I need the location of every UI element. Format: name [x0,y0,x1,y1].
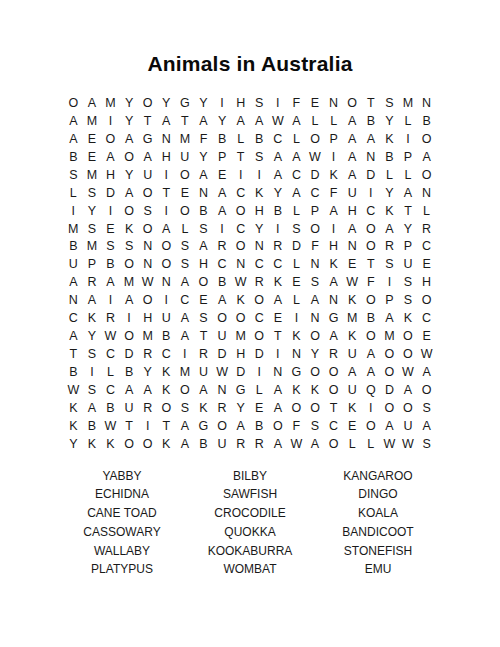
grid-cell[interactable]: W [213,363,232,381]
grid-cell[interactable]: K [287,381,306,399]
grid-cell[interactable]: Y [231,399,250,417]
grid-cell[interactable]: O [231,309,250,327]
grid-cell[interactable]: S [417,435,436,453]
grid-cell[interactable]: S [194,220,213,238]
grid-cell[interactable]: L [287,202,306,220]
grid-cell[interactable]: R [83,273,102,291]
grid-cell[interactable]: I [324,148,343,166]
grid-cell[interactable]: U [138,166,157,184]
grid-cell[interactable]: O [343,94,362,112]
grid-cell[interactable]: W [269,112,288,130]
grid-cell[interactable]: H [194,255,213,273]
grid-cell[interactable]: I [157,291,176,309]
grid-cell[interactable]: M [176,130,195,148]
grid-cell[interactable]: A [194,381,213,399]
grid-cell[interactable]: L [324,112,343,130]
grid-cell[interactable]: B [64,148,83,166]
grid-cell[interactable]: S [287,220,306,238]
grid-cell[interactable]: R [417,220,436,238]
grid-cell[interactable]: A [101,273,120,291]
grid-cell[interactable]: C [250,255,269,273]
grid-cell[interactable]: L [101,363,120,381]
grid-cell[interactable]: A [324,202,343,220]
grid-cell[interactable]: H [324,238,343,256]
grid-cell[interactable]: A [120,130,139,148]
grid-cell[interactable]: M [399,94,418,112]
grid-cell[interactable]: G [231,381,250,399]
grid-cell[interactable]: L [64,184,83,202]
grid-cell[interactable]: O [362,238,381,256]
grid-cell[interactable]: W [380,435,399,453]
grid-cell[interactable]: M [83,112,102,130]
grid-cell[interactable]: T [64,345,83,363]
grid-cell[interactable]: G [287,363,306,381]
grid-cell[interactable]: A [213,202,232,220]
grid-cell[interactable]: A [362,345,381,363]
grid-cell[interactable]: U [120,399,139,417]
grid-cell[interactable]: S [83,345,102,363]
grid-cell[interactable]: N [231,255,250,273]
grid-cell[interactable]: O [417,381,436,399]
grid-cell[interactable]: O [417,166,436,184]
grid-cell[interactable]: I [380,273,399,291]
grid-cell[interactable]: B [269,202,288,220]
grid-cell[interactable]: K [64,399,83,417]
grid-cell[interactable]: A [380,417,399,435]
grid-cell[interactable]: N [194,184,213,202]
grid-cell[interactable]: I [269,220,288,238]
grid-cell[interactable]: A [213,291,232,309]
grid-cell[interactable]: H [231,345,250,363]
grid-cell[interactable]: O [194,273,213,291]
grid-cell[interactable]: K [250,184,269,202]
grid-cell[interactable]: I [399,130,418,148]
grid-cell[interactable]: L [231,130,250,148]
grid-cell[interactable]: C [213,255,232,273]
grid-cell[interactable]: K [157,381,176,399]
grid-cell[interactable]: M [83,166,102,184]
grid-cell[interactable]: S [138,202,157,220]
grid-cell[interactable]: A [380,220,399,238]
grid-cell[interactable]: A [362,130,381,148]
grid-cell[interactable]: T [194,327,213,345]
grid-cell[interactable]: M [64,220,83,238]
grid-cell[interactable]: A [83,94,102,112]
grid-cell[interactable]: M [343,309,362,327]
grid-cell[interactable]: K [157,435,176,453]
grid-cell[interactable]: R [138,399,157,417]
grid-cell[interactable]: C [417,238,436,256]
grid-cell[interactable]: P [324,130,343,148]
grid-cell[interactable]: A [138,381,157,399]
grid-cell[interactable]: S [64,166,83,184]
grid-cell[interactable]: L [380,166,399,184]
grid-cell[interactable]: F [194,130,213,148]
grid-cell[interactable]: C [176,291,195,309]
grid-cell[interactable]: L [343,435,362,453]
grid-cell[interactable]: A [157,220,176,238]
grid-cell[interactable]: A [194,166,213,184]
grid-cell[interactable]: C [231,220,250,238]
grid-cell[interactable]: W [101,417,120,435]
grid-cell[interactable]: O [417,291,436,309]
grid-cell[interactable]: E [250,399,269,417]
grid-cell[interactable]: R [213,238,232,256]
grid-cell[interactable]: K [399,309,418,327]
grid-cell[interactable]: E [417,255,436,273]
grid-cell[interactable]: K [231,291,250,309]
grid-cell[interactable]: A [64,273,83,291]
grid-cell[interactable]: K [343,327,362,345]
grid-cell[interactable]: U [399,255,418,273]
grid-cell[interactable]: I [269,94,288,112]
grid-cell[interactable]: I [231,166,250,184]
grid-cell[interactable]: I [101,202,120,220]
grid-cell[interactable]: H [250,202,269,220]
grid-cell[interactable]: G [324,309,343,327]
grid-cell[interactable]: G [176,94,195,112]
grid-cell[interactable]: D [231,363,250,381]
grid-cell[interactable]: B [417,112,436,130]
grid-cell[interactable]: A [417,148,436,166]
grid-cell[interactable]: O [250,291,269,309]
grid-cell[interactable]: W [101,327,120,345]
grid-cell[interactable]: K [380,202,399,220]
grid-cell[interactable]: A [176,435,195,453]
grid-cell[interactable]: A [343,166,362,184]
grid-cell[interactable]: O [399,399,418,417]
grid-cell[interactable]: R [194,345,213,363]
grid-cell[interactable]: M [138,327,157,345]
grid-cell[interactable]: U [343,345,362,363]
grid-cell[interactable]: A [231,417,250,435]
grid-cell[interactable]: S [306,273,325,291]
grid-cell[interactable]: E [176,184,195,202]
grid-cell[interactable]: O [120,148,139,166]
grid-cell[interactable]: O [120,435,139,453]
grid-cell[interactable]: A [120,291,139,309]
grid-cell[interactable]: B [250,417,269,435]
grid-cell[interactable]: I [324,220,343,238]
grid-cell[interactable]: O [213,417,232,435]
grid-cell[interactable]: O [324,381,343,399]
grid-cell[interactable]: N [324,291,343,309]
grid-cell[interactable]: N [157,130,176,148]
grid-cell[interactable]: O [120,255,139,273]
grid-cell[interactable]: U [343,184,362,202]
grid-cell[interactable]: A [417,363,436,381]
grid-cell[interactable]: O [399,345,418,363]
grid-cell[interactable]: A [83,291,102,309]
grid-cell[interactable]: M [83,238,102,256]
grid-cell[interactable]: F [306,238,325,256]
grid-cell[interactable]: F [287,417,306,435]
grid-cell[interactable]: Y [120,112,139,130]
grid-cell[interactable]: B [157,327,176,345]
grid-cell[interactable]: S [83,184,102,202]
grid-cell[interactable]: O [324,363,343,381]
grid-cell[interactable]: Y [83,327,102,345]
grid-cell[interactable]: I [362,184,381,202]
grid-cell[interactable]: H [417,273,436,291]
grid-cell[interactable]: C [287,166,306,184]
grid-cell[interactable]: P [306,202,325,220]
grid-cell[interactable]: K [269,273,288,291]
grid-cell[interactable]: L [287,255,306,273]
grid-cell[interactable]: A [269,399,288,417]
grid-cell[interactable]: N [250,238,269,256]
grid-cell[interactable]: A [324,327,343,345]
grid-cell[interactable]: A [306,435,325,453]
grid-cell[interactable]: O [138,184,157,202]
grid-cell[interactable]: C [417,309,436,327]
grid-cell[interactable]: W [287,435,306,453]
grid-cell[interactable]: D [380,381,399,399]
grid-cell[interactable]: I [250,363,269,381]
grid-cell[interactable]: N [213,381,232,399]
grid-cell[interactable]: N [138,255,157,273]
grid-cell[interactable]: B [213,273,232,291]
grid-cell[interactable]: N [306,255,325,273]
grid-cell[interactable]: O [306,363,325,381]
grid-cell[interactable]: K [83,435,102,453]
grid-cell[interactable]: N [417,94,436,112]
grid-cell[interactable]: S [176,255,195,273]
grid-cell[interactable]: A [83,399,102,417]
grid-cell[interactable]: W [343,273,362,291]
grid-cell[interactable]: D [213,345,232,363]
grid-cell[interactable]: I [120,309,139,327]
grid-cell[interactable]: A [194,238,213,256]
grid-cell[interactable]: H [138,309,157,327]
grid-cell[interactable]: A [157,112,176,130]
grid-cell[interactable]: S [380,255,399,273]
grid-cell[interactable]: Y [194,148,213,166]
grid-cell[interactable]: E [343,255,362,273]
grid-cell[interactable]: A [343,130,362,148]
grid-cell[interactable]: L [417,202,436,220]
grid-cell[interactable]: K [157,363,176,381]
grid-cell[interactable]: A [64,327,83,345]
grid-cell[interactable]: N [324,94,343,112]
grid-cell[interactable]: A [287,148,306,166]
grid-cell[interactable]: U [194,363,213,381]
grid-cell[interactable]: B [101,255,120,273]
grid-cell[interactable]: I [101,112,120,130]
grid-cell[interactable]: E [83,130,102,148]
grid-cell[interactable]: H [343,202,362,220]
grid-cell[interactable]: A [194,112,213,130]
grid-cell[interactable]: N [362,148,381,166]
grid-cell[interactable]: S [194,309,213,327]
grid-cell[interactable]: C [231,184,250,202]
grid-cell[interactable]: I [269,345,288,363]
grid-cell[interactable]: T [120,417,139,435]
grid-cell[interactable]: C [362,202,381,220]
grid-cell[interactable]: I [157,166,176,184]
grid-cell[interactable]: W [417,345,436,363]
grid-cell[interactable]: A [417,417,436,435]
grid-cell[interactable]: U [213,435,232,453]
grid-cell[interactable]: E [343,417,362,435]
grid-cell[interactable]: E [213,166,232,184]
grid-cell[interactable]: Y [250,220,269,238]
grid-cell[interactable]: S [83,381,102,399]
grid-cell[interactable]: B [362,309,381,327]
grid-cell[interactable]: O [269,417,288,435]
grid-cell[interactable]: W [399,435,418,453]
grid-cell[interactable]: Y [269,184,288,202]
grid-cell[interactable]: E [417,327,436,345]
grid-cell[interactable]: A [213,184,232,202]
grid-cell[interactable]: O [250,327,269,345]
grid-cell[interactable]: W [306,148,325,166]
grid-cell[interactable]: S [101,238,120,256]
grid-cell[interactable]: K [343,291,362,309]
grid-cell[interactable]: O [176,381,195,399]
grid-cell[interactable]: T [362,255,381,273]
grid-cell[interactable]: A [362,363,381,381]
grid-cell[interactable]: I [101,291,120,309]
grid-cell[interactable]: K [120,220,139,238]
grid-cell[interactable]: O [138,94,157,112]
grid-cell[interactable]: K [324,255,343,273]
grid-cell[interactable]: S [250,148,269,166]
grid-cell[interactable]: R [269,238,288,256]
grid-cell[interactable]: O [362,291,381,309]
grid-cell[interactable]: I [138,417,157,435]
grid-cell[interactable]: Y [380,184,399,202]
grid-cell[interactable]: K [380,130,399,148]
grid-cell[interactable]: A [287,184,306,202]
grid-cell[interactable]: C [269,255,288,273]
grid-cell[interactable]: I [213,220,232,238]
grid-cell[interactable]: T [157,184,176,202]
grid-cell[interactable]: D [287,238,306,256]
grid-cell[interactable]: D [362,166,381,184]
grid-cell[interactable]: A [138,148,157,166]
grid-cell[interactable]: O [231,202,250,220]
grid-cell[interactable]: S [399,273,418,291]
grid-cell[interactable]: O [176,166,195,184]
grid-cell[interactable]: O [324,435,343,453]
grid-cell[interactable]: O [417,130,436,148]
grid-cell[interactable]: U [343,381,362,399]
grid-cell[interactable]: A [343,148,362,166]
grid-cell[interactable]: S [417,399,436,417]
grid-cell[interactable]: Y [399,220,418,238]
grid-cell[interactable]: Y [83,202,102,220]
grid-cell[interactable]: O [157,399,176,417]
grid-cell[interactable]: U [64,255,83,273]
grid-cell[interactable]: A [176,273,195,291]
grid-cell[interactable]: H [101,166,120,184]
grid-cell[interactable]: K [343,399,362,417]
grid-cell[interactable]: O [64,94,83,112]
grid-cell[interactable]: A [343,363,362,381]
grid-cell[interactable]: C [269,130,288,148]
grid-cell[interactable]: T [324,399,343,417]
grid-cell[interactable]: O [380,363,399,381]
grid-cell[interactable]: D [120,345,139,363]
grid-cell[interactable]: A [380,309,399,327]
grid-cell[interactable]: T [269,327,288,345]
grid-cell[interactable]: K [64,417,83,435]
grid-cell[interactable]: L [287,130,306,148]
grid-cell[interactable]: L [399,166,418,184]
grid-cell[interactable]: B [194,202,213,220]
grid-cell[interactable]: M [231,327,250,345]
grid-cell[interactable]: R [101,309,120,327]
grid-cell[interactable]: C [101,381,120,399]
grid-cell[interactable]: T [138,112,157,130]
grid-cell[interactable]: W [231,273,250,291]
grid-cell[interactable]: Y [120,166,139,184]
grid-cell[interactable]: A [269,148,288,166]
grid-cell[interactable]: C [306,184,325,202]
grid-cell[interactable]: A [120,184,139,202]
grid-cell[interactable]: E [269,309,288,327]
grid-cell[interactable]: M [120,273,139,291]
grid-cell[interactable]: O [138,220,157,238]
grid-cell[interactable]: L [306,112,325,130]
grid-cell[interactable]: B [101,399,120,417]
grid-cell[interactable]: Q [362,381,381,399]
grid-cell[interactable]: B [380,148,399,166]
grid-cell[interactable]: M [380,327,399,345]
grid-cell[interactable]: Y [380,112,399,130]
grid-cell[interactable]: I [64,202,83,220]
grid-cell[interactable]: O [231,238,250,256]
grid-cell[interactable]: B [250,130,269,148]
grid-cell[interactable]: L [176,220,195,238]
grid-cell[interactable]: S [120,238,139,256]
grid-cell[interactable]: P [399,148,418,166]
grid-cell[interactable]: R [138,345,157,363]
grid-cell[interactable]: I [287,309,306,327]
grid-cell[interactable]: Y [120,94,139,112]
grid-cell[interactable]: A [399,184,418,202]
grid-cell[interactable]: A [269,435,288,453]
grid-cell[interactable]: C [64,309,83,327]
grid-cell[interactable]: C [157,345,176,363]
grid-cell[interactable]: K [101,435,120,453]
grid-cell[interactable]: T [362,94,381,112]
grid-cell[interactable]: A [250,112,269,130]
grid-cell[interactable]: A [64,112,83,130]
grid-cell[interactable]: P [380,291,399,309]
grid-cell[interactable]: U [157,309,176,327]
grid-cell[interactable]: D [306,166,325,184]
grid-cell[interactable]: Y [157,94,176,112]
grid-cell[interactable]: A [120,381,139,399]
grid-cell[interactable]: B [213,130,232,148]
grid-cell[interactable]: S [83,220,102,238]
grid-cell[interactable]: O [362,417,381,435]
grid-cell[interactable]: O [101,130,120,148]
grid-cell[interactable]: O [362,327,381,345]
grid-cell[interactable]: O [306,327,325,345]
grid-cell[interactable]: G [138,130,157,148]
grid-cell[interactable]: U [399,417,418,435]
grid-cell[interactable]: Y [306,345,325,363]
grid-cell[interactable]: M [101,94,120,112]
grid-cell[interactable]: T [231,148,250,166]
grid-cell[interactable]: I [157,202,176,220]
grid-cell[interactable]: G [194,417,213,435]
grid-cell[interactable]: C [101,345,120,363]
grid-cell[interactable]: B [362,112,381,130]
